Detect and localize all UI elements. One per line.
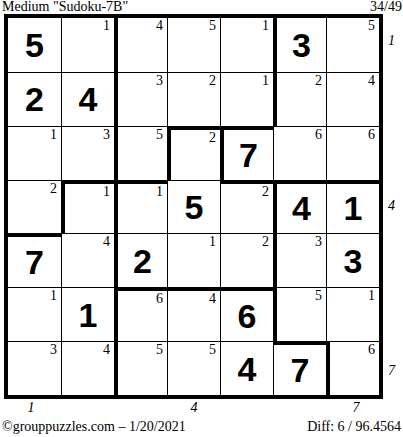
cell-r3c3-region-C[interactable]: 5 bbox=[114, 126, 167, 180]
cell-r4c1-region-A[interactable]: 2 bbox=[8, 180, 61, 234]
pencil-mark: 6 bbox=[368, 343, 375, 357]
pencil-mark: 1 bbox=[262, 19, 269, 33]
cell-r7c4-region-G[interactable]: 5 bbox=[167, 341, 220, 395]
cell-r3c4-region-D[interactable]: 2 bbox=[167, 126, 220, 180]
cell-r1c1-region-A[interactable]: 5 bbox=[8, 18, 61, 72]
cell-r3c1-region-A[interactable]: 1 bbox=[8, 126, 61, 180]
solved-digit: 5 bbox=[185, 190, 204, 224]
solved-digit: 4 bbox=[238, 352, 257, 386]
pencil-mark: 1 bbox=[50, 289, 57, 303]
pencil-mark: 1 bbox=[368, 289, 375, 303]
cell-r5c5-region-D[interactable]: 2 bbox=[220, 233, 273, 287]
col-label-1: 1 bbox=[24, 400, 38, 416]
cell-r2c3-region-C[interactable]: 3 bbox=[114, 72, 167, 126]
cell-r7c6-region-G[interactable]: 7 bbox=[273, 341, 326, 395]
cell-r4c7-region-F[interactable]: 1 bbox=[326, 180, 379, 234]
solved-digit: 7 bbox=[291, 353, 310, 387]
cell-r1c6-region-E[interactable]: 3 bbox=[273, 18, 326, 72]
pencil-mark: 1 bbox=[262, 74, 269, 88]
cell-r3c7-region-E[interactable]: 6 bbox=[326, 126, 379, 180]
pencil-mark: 3 bbox=[315, 235, 322, 249]
cell-r2c6-region-E[interactable]: 2 bbox=[273, 72, 326, 126]
row-label-1: 1 bbox=[388, 33, 402, 49]
solved-digit: 1 bbox=[79, 298, 98, 332]
puzzle-page: Medium "Sudoku-7B" 34/49 514513524321241… bbox=[0, 0, 403, 437]
cell-r5c7-region-F[interactable]: 3 bbox=[326, 233, 379, 287]
pencil-mark: 1 bbox=[103, 185, 110, 199]
pencil-mark: 1 bbox=[103, 19, 110, 33]
cell-r7c2-region-B[interactable]: 4 bbox=[61, 341, 114, 395]
pencil-mark: 6 bbox=[156, 292, 163, 306]
cell-r7c1-region-B[interactable]: 3 bbox=[8, 341, 61, 395]
pencil-mark: 1 bbox=[209, 235, 216, 249]
puzzle-title: Medium "Sudoku-7B" bbox=[2, 0, 128, 15]
cell-r4c3-region-D[interactable]: 1 bbox=[114, 180, 167, 234]
col-label-7: 7 bbox=[349, 400, 363, 416]
pencil-mark: 4 bbox=[209, 292, 216, 306]
cell-r2c4-region-C[interactable]: 2 bbox=[167, 72, 220, 126]
pencil-mark: 2 bbox=[315, 74, 322, 88]
cell-r6c3-region-G[interactable]: 6 bbox=[114, 287, 167, 341]
solved-digit: 5 bbox=[25, 28, 44, 62]
cell-r6c4-region-G[interactable]: 4 bbox=[167, 287, 220, 341]
pencil-mark: 5 bbox=[315, 289, 322, 303]
solved-digit: 7 bbox=[239, 138, 258, 172]
cell-r3c2-region-A[interactable]: 3 bbox=[61, 126, 114, 180]
pencil-mark: 5 bbox=[156, 343, 163, 357]
cell-r2c5-region-C[interactable]: 1 bbox=[220, 72, 273, 126]
cell-r1c2-region-A[interactable]: 1 bbox=[61, 18, 114, 72]
pencil-mark: 1 bbox=[156, 185, 163, 199]
solved-digit: 1 bbox=[344, 191, 363, 225]
solved-digit: 3 bbox=[344, 244, 363, 278]
pencil-mark: 4 bbox=[103, 343, 110, 357]
cell-r3c5-region-E[interactable]: 7 bbox=[220, 126, 273, 180]
pencil-mark: 5 bbox=[368, 19, 375, 33]
cell-r4c5-region-D[interactable]: 2 bbox=[220, 180, 273, 234]
cell-r7c5-region-G[interactable]: 4 bbox=[220, 341, 273, 395]
pencil-mark: 3 bbox=[50, 343, 57, 357]
cell-r5c2-region-B[interactable]: 4 bbox=[61, 233, 114, 287]
progress-counter: 34/49 bbox=[370, 0, 402, 15]
cell-r5c3-region-D[interactable]: 2 bbox=[114, 233, 167, 287]
cell-r6c7-region-F[interactable]: 1 bbox=[326, 287, 379, 341]
pencil-mark: 6 bbox=[368, 128, 375, 142]
copyright-text: ©grouppuzzles.com – 1/20/2021 bbox=[2, 419, 186, 435]
cell-r1c7-region-E[interactable]: 5 bbox=[326, 18, 379, 72]
sudoku-board: 5145135243212413527662115241742123311646… bbox=[4, 14, 383, 399]
solved-digit: 2 bbox=[25, 82, 44, 116]
cell-r5c4-region-D[interactable]: 1 bbox=[167, 233, 220, 287]
row-label-7: 7 bbox=[388, 363, 402, 379]
solved-digit: 4 bbox=[292, 191, 311, 225]
cell-r3c6-region-E[interactable]: 6 bbox=[273, 126, 326, 180]
pencil-mark: 5 bbox=[209, 19, 216, 33]
cell-r6c5-region-G[interactable]: 6 bbox=[220, 287, 273, 341]
pencil-mark: 2 bbox=[50, 182, 57, 196]
solved-digit: 6 bbox=[238, 299, 257, 333]
cell-r4c4-region-D[interactable]: 5 bbox=[167, 180, 220, 234]
pencil-mark: 5 bbox=[156, 128, 163, 142]
cell-r7c7-region-F[interactable]: 6 bbox=[326, 341, 379, 395]
pencil-mark: 4 bbox=[103, 235, 110, 249]
col-label-4: 4 bbox=[187, 400, 201, 416]
pencil-mark: 2 bbox=[209, 74, 216, 88]
pencil-mark: 2 bbox=[209, 131, 216, 145]
cell-r2c1-region-A[interactable]: 2 bbox=[8, 72, 61, 126]
row-label-4: 4 bbox=[388, 198, 402, 214]
cell-r5c1-region-B[interactable]: 7 bbox=[8, 233, 61, 287]
pencil-mark: 4 bbox=[368, 74, 375, 88]
pencil-mark: 5 bbox=[209, 343, 216, 357]
cell-r6c2-region-B[interactable]: 1 bbox=[61, 287, 114, 341]
pencil-mark: 3 bbox=[156, 74, 163, 88]
cell-r1c5-region-C[interactable]: 1 bbox=[220, 18, 273, 72]
cell-r6c1-region-B[interactable]: 1 bbox=[8, 287, 61, 341]
cell-r1c4-region-C[interactable]: 5 bbox=[167, 18, 220, 72]
pencil-mark: 2 bbox=[262, 235, 269, 249]
cell-r5c6-region-F[interactable]: 3 bbox=[273, 233, 326, 287]
solved-digit: 3 bbox=[292, 28, 311, 62]
cell-r4c6-region-F[interactable]: 4 bbox=[273, 180, 326, 234]
pencil-mark: 6 bbox=[315, 128, 322, 142]
cell-r7c3-region-G[interactable]: 5 bbox=[114, 341, 167, 395]
pencil-mark: 3 bbox=[103, 128, 110, 142]
cell-r2c7-region-E[interactable]: 4 bbox=[326, 72, 379, 126]
cell-r4c2-region-B[interactable]: 1 bbox=[61, 180, 114, 234]
cell-r1c3-region-C[interactable]: 4 bbox=[114, 18, 167, 72]
solved-digit: 7 bbox=[25, 245, 44, 279]
solved-digit: 4 bbox=[79, 82, 98, 116]
difficulty-text: Diff: 6 / 96.4564 bbox=[307, 419, 401, 435]
cell-r6c6-region-F[interactable]: 5 bbox=[273, 287, 326, 341]
pencil-mark: 4 bbox=[156, 19, 163, 33]
pencil-mark: 2 bbox=[262, 185, 269, 199]
cell-r2c2-region-A[interactable]: 4 bbox=[61, 72, 114, 126]
solved-digit: 2 bbox=[133, 244, 152, 278]
pencil-mark: 1 bbox=[50, 128, 57, 142]
